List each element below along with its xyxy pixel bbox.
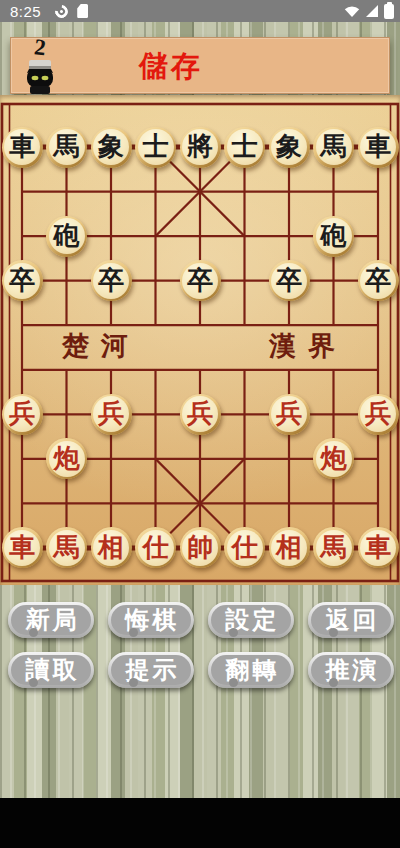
android-nav-bar [0, 798, 400, 848]
piece-glyph: 車 [4, 129, 40, 165]
piece-glyph: 象 [271, 129, 307, 165]
hint-button[interactable]: 提示 [108, 652, 194, 688]
piece-glyph: 仕 [138, 530, 174, 566]
piece-black-卒[interactable]: 卒 [180, 260, 221, 301]
piece-glyph: 相 [271, 530, 307, 566]
piece-glyph: 馬 [49, 129, 85, 165]
signal-icon [365, 4, 379, 18]
piece-glyph: 馬 [316, 129, 352, 165]
piece-black-將[interactable]: 將 [180, 127, 221, 168]
piece-red-兵[interactable]: 兵 [180, 394, 221, 435]
piece-red-兵[interactable]: 兵 [358, 394, 399, 435]
wifi-icon [344, 4, 360, 18]
clock: 8:25 [10, 3, 41, 20]
piece-black-馬[interactable]: 馬 [313, 127, 354, 168]
piece-glyph: 卒 [182, 263, 218, 299]
piece-glyph: 砲 [49, 218, 85, 254]
piece-black-馬[interactable]: 馬 [46, 127, 87, 168]
piece-glyph: 士 [227, 129, 263, 165]
piece-black-象[interactable]: 象 [91, 127, 132, 168]
new-game-button[interactable]: 新局 [8, 602, 94, 638]
piece-red-車[interactable]: 車 [2, 527, 43, 568]
piece-glyph: 炮 [49, 441, 85, 477]
piece-black-卒[interactable]: 卒 [269, 260, 310, 301]
piece-glyph: 車 [4, 530, 40, 566]
back-button[interactable]: 返回 [308, 602, 394, 638]
piece-black-士[interactable]: 士 [224, 127, 265, 168]
data-saver-icon [53, 2, 71, 20]
battery-icon [384, 4, 394, 19]
undo-button[interactable]: 悔棋 [108, 602, 194, 638]
piece-black-卒[interactable]: 卒 [358, 260, 399, 301]
piece-red-兵[interactable]: 兵 [2, 394, 43, 435]
title-banner: 2 儲存 [10, 37, 390, 94]
ponder-button[interactable]: 推演 [308, 652, 394, 688]
piece-glyph: 象 [93, 129, 129, 165]
piece-black-車[interactable]: 車 [358, 127, 399, 168]
piece-glyph: 帥 [182, 530, 218, 566]
piece-black-卒[interactable]: 卒 [2, 260, 43, 301]
board-grid [0, 95, 400, 585]
piece-black-砲[interactable]: 砲 [46, 216, 87, 257]
piece-glyph: 兵 [271, 396, 307, 432]
piece-red-兵[interactable]: 兵 [91, 394, 132, 435]
piece-glyph: 卒 [271, 263, 307, 299]
piece-glyph: 將 [182, 129, 218, 165]
piece-glyph: 車 [360, 129, 396, 165]
status-bar: 8:25 [0, 0, 400, 22]
flip-button[interactable]: 翻轉 [208, 652, 294, 688]
piece-glyph: 卒 [360, 263, 396, 299]
piece-glyph: 士 [138, 129, 174, 165]
piece-glyph: 砲 [316, 218, 352, 254]
piece-glyph: 卒 [4, 263, 40, 299]
piece-glyph: 馬 [49, 530, 85, 566]
piece-red-車[interactable]: 車 [358, 527, 399, 568]
piece-red-兵[interactable]: 兵 [269, 394, 310, 435]
sd-card-icon [77, 4, 88, 18]
piece-glyph: 炮 [316, 441, 352, 477]
piece-glyph: 仕 [227, 530, 263, 566]
piece-glyph: 相 [93, 530, 129, 566]
piece-glyph: 兵 [93, 396, 129, 432]
piece-black-卒[interactable]: 卒 [91, 260, 132, 301]
piece-glyph: 兵 [4, 396, 40, 432]
xiangqi-board[interactable]: 楚河 漢界 車馬象士將士象馬車砲砲卒卒卒卒卒兵兵兵兵兵炮炮車馬相仕帥仕相馬車 [0, 95, 400, 585]
piece-black-車[interactable]: 車 [2, 127, 43, 168]
piece-red-帥[interactable]: 帥 [180, 527, 221, 568]
piece-glyph: 兵 [360, 396, 396, 432]
piece-black-士[interactable]: 士 [135, 127, 176, 168]
settings-button[interactable]: 設定 [208, 602, 294, 638]
piece-glyph: 車 [360, 530, 396, 566]
page-title: 儲存 [11, 38, 331, 95]
piece-glyph: 馬 [316, 530, 352, 566]
piece-black-象[interactable]: 象 [269, 127, 310, 168]
load-button[interactable]: 讀取 [8, 652, 94, 688]
piece-glyph: 卒 [93, 263, 129, 299]
piece-red-相[interactable]: 相 [91, 527, 132, 568]
app-screen: 8:25 2 [0, 0, 400, 848]
piece-glyph: 兵 [182, 396, 218, 432]
piece-black-砲[interactable]: 砲 [313, 216, 354, 257]
piece-red-相[interactable]: 相 [269, 527, 310, 568]
